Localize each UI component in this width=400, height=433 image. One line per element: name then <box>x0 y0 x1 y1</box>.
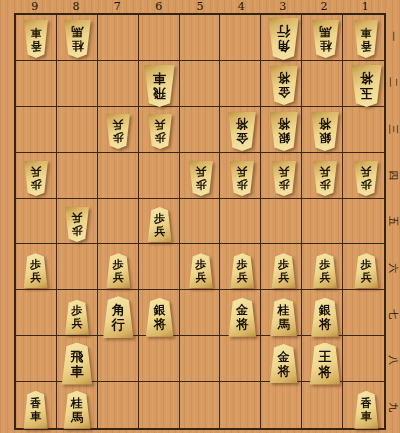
piece-face-knight: 桂馬 <box>311 20 340 58</box>
piece-sente-pawn-5f[interactable]: 歩兵 <box>188 253 214 288</box>
piece-kanji: 銀 <box>278 132 290 146</box>
piece-face-gold: 金将 <box>269 66 299 105</box>
piece-gote-knight-8a[interactable]: 桂馬 <box>63 20 92 58</box>
piece-gote-king-1b[interactable]: 玉将 <box>350 65 383 107</box>
piece-gote-rook-6b[interactable]: 飛車 <box>143 65 176 107</box>
piece-face-knight: 桂馬 <box>269 298 298 336</box>
piece-sente-pawn-1f[interactable]: 歩兵 <box>353 253 379 288</box>
piece-sente-pawn-8g[interactable]: 歩兵 <box>64 300 90 335</box>
piece-kanji: 兵 <box>278 165 289 178</box>
board-square-7a[interactable] <box>98 15 139 61</box>
piece-face-pawn: 歩兵 <box>312 161 338 196</box>
piece-sente-knight-3g[interactable]: 桂馬 <box>269 298 298 336</box>
piece-kanji: 桂 <box>71 396 83 410</box>
board-square-8b[interactable] <box>57 61 98 107</box>
piece-kanji: 桂 <box>71 39 83 53</box>
piece-gote-pawn-7c[interactable]: 歩兵 <box>105 114 131 149</box>
piece-kanji: 歩 <box>278 178 289 191</box>
shogi-board-screenshot: 987654321 一二三四五六七八九 香車桂馬角行桂馬香車飛車金将玉将歩兵歩兵… <box>0 0 400 433</box>
piece-face-bishop: 角行 <box>267 18 300 60</box>
piece-kanji: 馬 <box>278 317 290 331</box>
piece-kanji: 歩 <box>361 258 372 271</box>
board-square-9g[interactable] <box>16 290 57 336</box>
piece-kanji: 兵 <box>320 271 331 284</box>
board-square-7e[interactable] <box>98 199 139 245</box>
piece-kanji: 銀 <box>319 132 331 146</box>
piece-face-silver: 銀将 <box>310 112 340 151</box>
board-square-1c[interactable] <box>343 107 384 153</box>
piece-face-pawn: 歩兵 <box>147 207 173 242</box>
piece-gote-pawn-4d[interactable]: 歩兵 <box>229 161 255 196</box>
piece-face-king: 玉将 <box>350 65 383 107</box>
piece-kanji: 兵 <box>72 212 83 225</box>
piece-gote-pawn-5d[interactable]: 歩兵 <box>188 161 214 196</box>
piece-face-knight: 桂馬 <box>63 20 92 58</box>
piece-gote-pawn-8e[interactable]: 歩兵 <box>64 207 90 242</box>
piece-kanji: 将 <box>319 118 331 132</box>
piece-kanji: 歩 <box>72 225 83 238</box>
piece-kanji: 王 <box>319 349 332 364</box>
piece-gote-lance-1a[interactable]: 香車 <box>353 20 379 58</box>
piece-kanji: 桂 <box>278 303 290 317</box>
board-square-1e[interactable] <box>343 199 384 245</box>
board-square-9e[interactable] <box>16 199 57 245</box>
piece-kanji: 行 <box>277 24 290 39</box>
board-square-8c[interactable] <box>57 107 98 153</box>
piece-kanji: 将 <box>154 317 166 331</box>
file-label-5: 5 <box>179 0 220 13</box>
piece-sente-lance-1i[interactable]: 香車 <box>353 391 379 429</box>
piece-kanji: 兵 <box>278 271 289 284</box>
file-label-2: 2 <box>303 0 344 13</box>
piece-kanji: 兵 <box>113 271 124 284</box>
piece-kanji: 香 <box>30 39 41 52</box>
board-square-8f[interactable] <box>57 244 98 290</box>
board-square-2e[interactable] <box>302 199 343 245</box>
piece-face-pawn: 歩兵 <box>353 253 379 288</box>
piece-kanji: 香 <box>361 39 372 52</box>
piece-kanji: 香 <box>30 397 41 410</box>
piece-sente-king-2h[interactable]: 王将 <box>309 343 342 385</box>
board-square-4a[interactable] <box>220 15 261 61</box>
board-square-1g[interactable] <box>343 290 384 336</box>
piece-face-pawn: 歩兵 <box>353 161 379 196</box>
piece-sente-lance-9i[interactable]: 香車 <box>23 391 49 429</box>
piece-face-pawn: 歩兵 <box>229 253 255 288</box>
piece-gote-gold-3b[interactable]: 金将 <box>269 66 299 105</box>
piece-face-lance: 香車 <box>353 20 379 58</box>
piece-kanji: 金 <box>236 132 248 146</box>
piece-kanji: 将 <box>278 72 290 86</box>
board-square-6h[interactable] <box>139 336 180 382</box>
piece-kanji: 飛 <box>71 349 84 364</box>
piece-gote-knight-2a[interactable]: 桂馬 <box>311 20 340 58</box>
file-label-4: 4 <box>221 0 262 13</box>
piece-kanji: 車 <box>361 410 372 423</box>
piece-kanji: 兵 <box>154 119 165 132</box>
file-coordinate-labels: 987654321 <box>14 0 386 13</box>
piece-kanji: 香 <box>361 397 372 410</box>
piece-kanji: 歩 <box>320 178 331 191</box>
piece-sente-bishop-7g[interactable]: 角行 <box>102 296 135 338</box>
piece-sente-knight-8i[interactable]: 桂馬 <box>63 391 92 429</box>
piece-gote-pawn-6c[interactable]: 歩兵 <box>147 114 173 149</box>
piece-gote-silver-3c[interactable]: 銀将 <box>269 112 299 151</box>
board-square-5b[interactable] <box>180 61 221 107</box>
file-label-1: 1 <box>345 0 386 13</box>
board-square-9c[interactable] <box>16 107 57 153</box>
piece-face-pawn: 歩兵 <box>229 161 255 196</box>
piece-face-rook: 飛車 <box>143 65 176 107</box>
shogi-board: 香車桂馬角行桂馬香車飛車金将玉将歩兵歩兵金将銀将銀将歩兵歩兵歩兵歩兵歩兵歩兵歩兵… <box>14 13 386 430</box>
piece-kanji: 車 <box>71 364 84 379</box>
piece-kanji: 桂 <box>319 39 331 53</box>
piece-sente-pawn-3f[interactable]: 歩兵 <box>271 253 297 288</box>
piece-kanji: 歩 <box>154 212 165 225</box>
piece-face-pawn: 歩兵 <box>105 253 131 288</box>
piece-kanji: 歩 <box>72 304 83 317</box>
piece-face-silver: 銀将 <box>145 298 175 337</box>
board-square-2b[interactable] <box>302 61 343 107</box>
piece-kanji: 車 <box>30 410 41 423</box>
board-square-5h[interactable] <box>180 336 221 382</box>
piece-face-pawn: 歩兵 <box>271 253 297 288</box>
piece-kanji: 将 <box>278 364 290 378</box>
board-square-6d[interactable] <box>139 153 180 199</box>
piece-kanji: 将 <box>319 317 331 331</box>
file-label-6: 6 <box>138 0 179 13</box>
piece-gote-pawn-1d[interactable]: 歩兵 <box>353 161 379 196</box>
piece-kanji: 金 <box>278 350 290 364</box>
piece-kanji: 歩 <box>237 178 248 191</box>
piece-kanji: 兵 <box>196 271 207 284</box>
piece-sente-gold-4g[interactable]: 金将 <box>227 298 257 337</box>
board-square-4h[interactable] <box>220 336 261 382</box>
piece-kanji: 兵 <box>72 317 83 330</box>
piece-sente-pawn-7f[interactable]: 歩兵 <box>105 253 131 288</box>
piece-kanji: 歩 <box>113 258 124 271</box>
piece-kanji: 車 <box>30 26 41 39</box>
piece-kanji: 歩 <box>30 178 41 191</box>
piece-kanji: 兵 <box>361 165 372 178</box>
piece-kanji: 将 <box>236 317 248 331</box>
piece-face-silver: 銀将 <box>269 112 299 151</box>
piece-kanji: 車 <box>153 71 166 86</box>
piece-kanji: 歩 <box>154 132 165 145</box>
board-square-6a[interactable] <box>139 15 180 61</box>
piece-kanji: 馬 <box>71 25 83 39</box>
piece-face-lance: 香車 <box>353 391 379 429</box>
piece-kanji: 歩 <box>278 258 289 271</box>
piece-face-king: 王将 <box>309 343 342 385</box>
piece-face-silver: 銀将 <box>310 298 340 337</box>
piece-face-pawn: 歩兵 <box>147 114 173 149</box>
piece-gote-gold-4c[interactable]: 金将 <box>227 112 257 151</box>
piece-kanji: 歩 <box>196 178 207 191</box>
piece-face-pawn: 歩兵 <box>188 161 214 196</box>
piece-kanji: 車 <box>361 26 372 39</box>
piece-gote-pawn-3d[interactable]: 歩兵 <box>271 161 297 196</box>
board-square-1h[interactable] <box>343 336 384 382</box>
piece-kanji: 歩 <box>30 258 41 271</box>
board-square-5e[interactable] <box>180 199 221 245</box>
piece-face-rook: 飛車 <box>61 343 94 385</box>
piece-kanji: 歩 <box>196 258 207 271</box>
piece-kanji: 行 <box>112 317 125 332</box>
piece-face-pawn: 歩兵 <box>312 253 338 288</box>
piece-face-pawn: 歩兵 <box>23 161 49 196</box>
piece-sente-pawn-9f[interactable]: 歩兵 <box>23 253 49 288</box>
piece-kanji: 兵 <box>320 165 331 178</box>
board-square-6f[interactable] <box>139 244 180 290</box>
piece-sente-pawn-2f[interactable]: 歩兵 <box>312 253 338 288</box>
piece-sente-silver-2g[interactable]: 銀将 <box>310 298 340 337</box>
piece-kanji: 兵 <box>30 271 41 284</box>
board-square-9h[interactable] <box>16 336 57 382</box>
piece-sente-rook-8h[interactable]: 飛車 <box>61 343 94 385</box>
piece-face-lance: 香車 <box>23 391 49 429</box>
piece-face-pawn: 歩兵 <box>23 253 49 288</box>
file-label-9: 9 <box>14 0 55 13</box>
piece-kanji: 歩 <box>361 178 372 191</box>
piece-kanji: 歩 <box>237 258 248 271</box>
board-square-7d[interactable] <box>98 153 139 199</box>
piece-face-pawn: 歩兵 <box>64 207 90 242</box>
piece-kanji: 将 <box>278 118 290 132</box>
board-square-3i[interactable] <box>261 382 302 428</box>
board-square-5g[interactable] <box>180 290 221 336</box>
piece-gote-silver-2c[interactable]: 銀将 <box>310 112 340 151</box>
piece-gote-bishop-3a[interactable]: 角行 <box>267 18 300 60</box>
piece-sente-pawn-4f[interactable]: 歩兵 <box>229 253 255 288</box>
board-square-4i[interactable] <box>220 382 261 428</box>
piece-kanji: 馬 <box>71 410 83 424</box>
piece-face-pawn: 歩兵 <box>271 161 297 196</box>
piece-kanji: 金 <box>278 86 290 100</box>
piece-face-lance: 香車 <box>23 20 49 58</box>
piece-kanji: 馬 <box>319 25 331 39</box>
board-square-4e[interactable] <box>220 199 261 245</box>
piece-kanji: 角 <box>112 302 125 317</box>
piece-gote-pawn-9d[interactable]: 歩兵 <box>23 161 49 196</box>
piece-sente-gold-3h[interactable]: 金将 <box>269 344 299 383</box>
piece-kanji: 兵 <box>361 271 372 284</box>
piece-face-gold: 金将 <box>269 344 299 383</box>
board-square-4b[interactable] <box>220 61 261 107</box>
piece-kanji: 将 <box>319 364 332 379</box>
piece-kanji: 歩 <box>320 258 331 271</box>
piece-gote-lance-9a[interactable]: 香車 <box>23 20 49 58</box>
board-square-5c[interactable] <box>180 107 221 153</box>
piece-kanji: 兵 <box>113 119 124 132</box>
board-square-8d[interactable] <box>57 153 98 199</box>
piece-kanji: 飛 <box>153 86 166 101</box>
piece-kanji: 玉 <box>360 86 373 101</box>
file-label-8: 8 <box>55 0 96 13</box>
piece-face-knight: 桂馬 <box>63 391 92 429</box>
board-square-6i[interactable] <box>139 382 180 428</box>
piece-kanji: 銀 <box>319 303 331 317</box>
piece-face-pawn: 歩兵 <box>105 114 131 149</box>
piece-kanji: 角 <box>277 39 290 54</box>
piece-kanji: 兵 <box>196 165 207 178</box>
piece-kanji: 将 <box>360 71 373 86</box>
piece-sente-silver-6g[interactable]: 銀将 <box>145 298 175 337</box>
board-square-3e[interactable] <box>261 199 302 245</box>
board-square-5a[interactable] <box>180 15 221 61</box>
piece-kanji: 兵 <box>237 271 248 284</box>
board-square-7b[interactable] <box>98 61 139 107</box>
piece-sente-pawn-6e[interactable]: 歩兵 <box>147 207 173 242</box>
board-square-9b[interactable] <box>16 61 57 107</box>
board-square-2i[interactable] <box>302 382 343 428</box>
board-square-7h[interactable] <box>98 336 139 382</box>
piece-face-pawn: 歩兵 <box>64 300 90 335</box>
rank-coordinate-labels: 一二三四五六七八九 <box>386 13 400 430</box>
file-label-7: 7 <box>97 0 138 13</box>
piece-kanji: 兵 <box>237 165 248 178</box>
piece-face-pawn: 歩兵 <box>188 253 214 288</box>
piece-gote-pawn-2d[interactable]: 歩兵 <box>312 161 338 196</box>
file-label-3: 3 <box>262 0 303 13</box>
piece-kanji: 金 <box>236 303 248 317</box>
piece-face-bishop: 角行 <box>102 296 135 338</box>
piece-kanji: 銀 <box>154 303 166 317</box>
piece-kanji: 歩 <box>113 132 124 145</box>
piece-kanji: 将 <box>236 118 248 132</box>
board-square-7i[interactable] <box>98 382 139 428</box>
board-square-5i[interactable] <box>180 382 221 428</box>
piece-kanji: 兵 <box>30 165 41 178</box>
piece-face-gold: 金将 <box>227 298 257 337</box>
piece-kanji: 兵 <box>154 225 165 238</box>
piece-face-gold: 金将 <box>227 112 257 151</box>
